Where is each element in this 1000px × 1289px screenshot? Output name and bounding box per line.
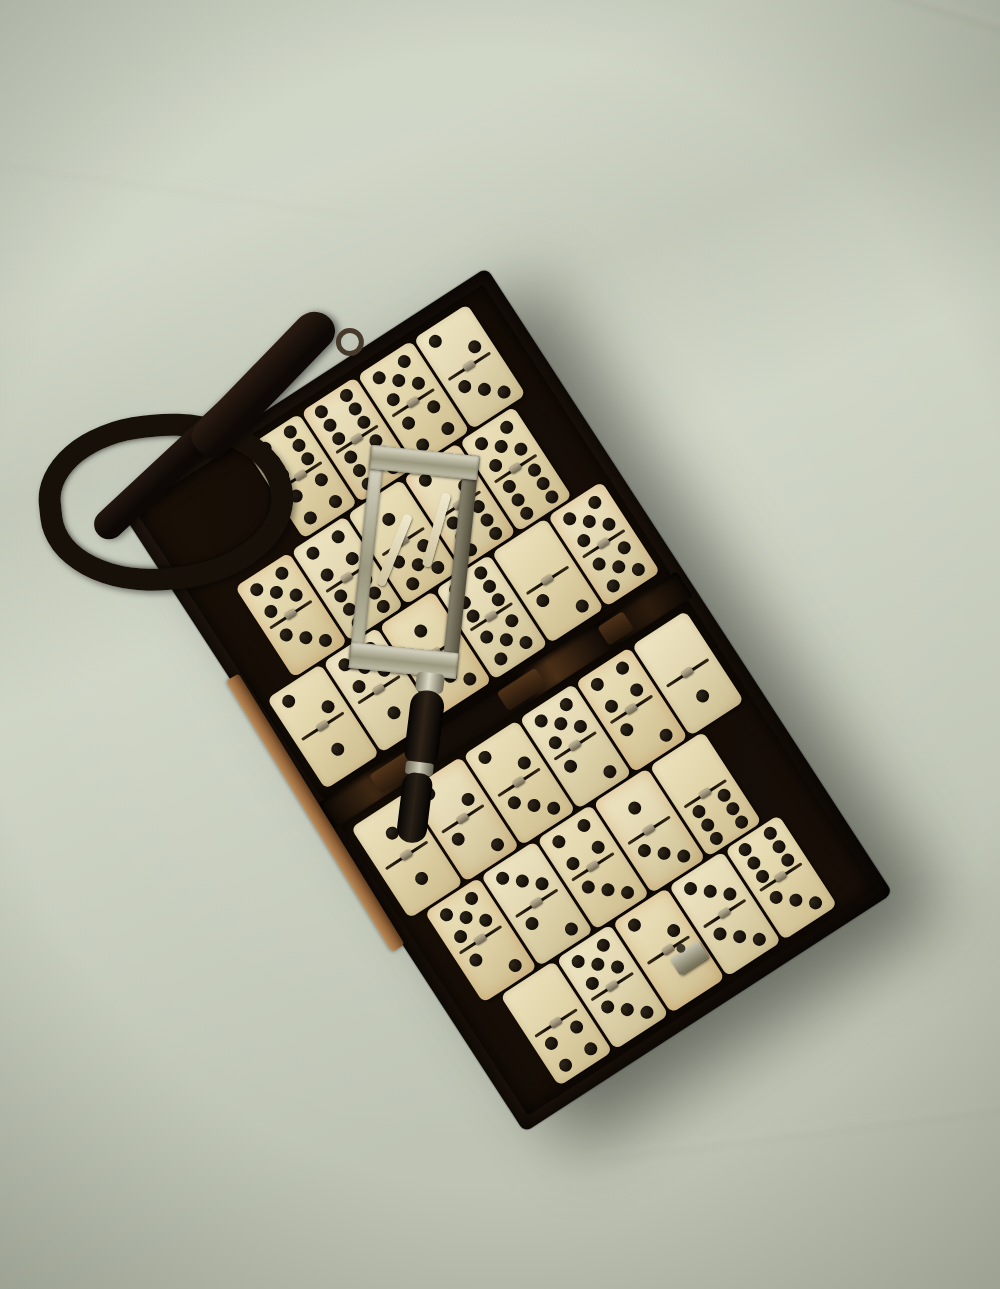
- pip: [497, 419, 515, 437]
- pip: [452, 927, 470, 945]
- pip: [506, 957, 524, 975]
- tool-handle-bulb: [403, 689, 446, 767]
- pip: [626, 799, 644, 817]
- pip: [304, 544, 322, 562]
- pip: [277, 626, 295, 644]
- pip: [409, 374, 427, 392]
- pip: [657, 726, 675, 744]
- pip: [477, 911, 495, 929]
- pip: [600, 515, 618, 533]
- pip: [806, 894, 824, 912]
- pip: [512, 440, 530, 458]
- pip: [550, 833, 568, 851]
- pip: [273, 564, 291, 582]
- pip: [350, 677, 368, 695]
- pip: [287, 586, 305, 604]
- pip: [424, 398, 442, 416]
- pip: [457, 909, 475, 927]
- pip: [626, 916, 644, 934]
- pip: [613, 659, 631, 677]
- pip: [326, 493, 344, 511]
- pip: [487, 456, 505, 474]
- pip: [701, 882, 719, 900]
- pip: [575, 817, 593, 835]
- pip: [390, 372, 408, 390]
- pip: [627, 681, 645, 699]
- pip: [629, 561, 647, 579]
- pip: [594, 936, 612, 954]
- fabric-crease: [531, 0, 1000, 52]
- pip: [518, 504, 536, 522]
- pip: [562, 920, 580, 938]
- pip: [544, 799, 562, 817]
- pip: [465, 338, 483, 356]
- pip: [385, 391, 403, 409]
- pip: [438, 906, 456, 924]
- pip: [589, 838, 607, 856]
- pip: [603, 697, 621, 715]
- pip: [601, 763, 619, 781]
- pip: [564, 854, 582, 872]
- tool-handle-bulb: [395, 771, 433, 844]
- pip: [476, 748, 494, 766]
- pip: [297, 629, 315, 647]
- pip: [711, 925, 729, 943]
- pip: [732, 813, 750, 831]
- pip: [618, 1001, 636, 1019]
- pip: [513, 872, 531, 890]
- pip: [248, 581, 266, 599]
- pip: [586, 494, 604, 512]
- pip: [473, 435, 491, 453]
- pip: [532, 712, 550, 730]
- pip: [589, 955, 607, 973]
- pip: [557, 696, 575, 714]
- pip: [610, 558, 628, 576]
- pip: [319, 698, 337, 716]
- pip: [599, 998, 617, 1016]
- pip: [571, 718, 589, 736]
- pip: [573, 597, 591, 615]
- pip: [561, 510, 579, 528]
- strap-ring: [330, 322, 370, 362]
- pip: [534, 591, 552, 609]
- pip: [302, 509, 320, 527]
- pip: [478, 628, 496, 646]
- pip: [506, 794, 524, 812]
- pip: [567, 1018, 585, 1036]
- pip: [694, 687, 712, 705]
- pip: [267, 583, 285, 601]
- pip: [569, 952, 587, 970]
- fabric-crease: [0, 151, 359, 217]
- pip: [370, 369, 388, 387]
- pip: [582, 1040, 600, 1058]
- pip: [427, 332, 445, 350]
- pip: [543, 488, 561, 506]
- pip: [316, 632, 334, 650]
- pip: [682, 879, 700, 897]
- pip: [608, 958, 626, 976]
- fabric-crease: [601, 1088, 1000, 1161]
- pip: [495, 383, 513, 401]
- pip: [557, 1056, 575, 1074]
- pip: [318, 566, 336, 584]
- pip: [494, 869, 512, 887]
- pip: [589, 675, 607, 693]
- pip: [580, 513, 598, 531]
- pip: [400, 414, 418, 432]
- pip: [312, 471, 330, 489]
- pip: [467, 951, 485, 969]
- pip: [655, 844, 673, 862]
- tool-metal-tip: [398, 838, 420, 870]
- pip: [579, 878, 597, 896]
- pip: [497, 631, 515, 649]
- pip: [562, 757, 580, 775]
- pip: [523, 914, 541, 932]
- pip: [439, 420, 457, 438]
- pip: [492, 437, 510, 455]
- pip: [664, 922, 682, 940]
- pip: [675, 847, 693, 865]
- pip: [584, 974, 602, 992]
- pip: [459, 791, 477, 809]
- pip: [517, 634, 535, 652]
- pip: [449, 830, 467, 848]
- pip: [456, 377, 474, 395]
- pip: [543, 1034, 561, 1052]
- pip: [475, 380, 493, 398]
- pip: [461, 670, 479, 688]
- pip: [590, 555, 608, 573]
- pip: [395, 353, 413, 371]
- pip: [638, 1004, 656, 1022]
- pip: [488, 836, 506, 854]
- pip: [575, 531, 593, 549]
- pip: [604, 577, 622, 595]
- pip: [618, 884, 636, 902]
- pip: [525, 796, 543, 814]
- pip: [615, 539, 633, 557]
- pip: [462, 890, 480, 908]
- pip: [503, 612, 521, 630]
- pip: [385, 704, 403, 722]
- pip: [329, 740, 347, 758]
- pip: [486, 525, 504, 543]
- pip: [721, 885, 739, 903]
- pip: [636, 841, 654, 859]
- pip: [329, 528, 347, 546]
- pip: [547, 734, 565, 752]
- pip: [492, 650, 510, 668]
- pip: [552, 715, 570, 733]
- pip: [599, 881, 617, 899]
- pip: [787, 891, 805, 909]
- pip: [262, 602, 280, 620]
- pip: [750, 931, 768, 949]
- pip: [767, 888, 785, 906]
- pip: [708, 829, 726, 847]
- pip: [515, 754, 533, 772]
- pip: [533, 875, 551, 893]
- pip: [280, 692, 298, 710]
- pip: [618, 721, 636, 739]
- photo-scene: [0, 0, 1000, 1289]
- pip: [731, 928, 749, 946]
